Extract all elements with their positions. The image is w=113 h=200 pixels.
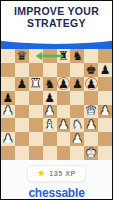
square-f2[interactable]: ♟ — [70, 132, 84, 146]
white-king: ♚ — [86, 147, 97, 159]
square-c5[interactable] — [29, 91, 43, 105]
black-knight: ♞ — [44, 77, 55, 89]
white-pawn: ♟ — [3, 133, 14, 145]
square-a6[interactable] — [1, 77, 15, 91]
white-bishop: ♝ — [44, 119, 55, 131]
chess-board[interactable]: ♛♜♞♚♟♟♜♞♟♟♟♟♟♟♟♛♟♝♟♞♟♟♟♚ — [1, 49, 112, 160]
square-a3[interactable] — [1, 118, 15, 132]
square-c6[interactable]: ♜ — [29, 77, 43, 91]
square-e7[interactable] — [57, 63, 71, 77]
square-c7[interactable] — [29, 63, 43, 77]
square-b7[interactable] — [15, 63, 29, 77]
white-pawn: ♟ — [58, 119, 69, 131]
square-c3[interactable] — [29, 118, 43, 132]
square-h6[interactable] — [98, 77, 112, 91]
black-king: ♚ — [86, 63, 97, 75]
square-b4[interactable] — [15, 105, 29, 119]
footer-area: ★ 135 XP chessable — [1, 160, 112, 200]
square-e3[interactable]: ♟ — [57, 118, 71, 132]
square-b6[interactable]: ♟ — [15, 77, 29, 91]
square-g8[interactable] — [84, 49, 98, 63]
square-f3[interactable]: ♞ — [70, 118, 84, 132]
square-g7[interactable]: ♚ — [84, 63, 98, 77]
page-title-line2: STRATEGY — [1, 17, 112, 29]
square-d1[interactable] — [43, 146, 57, 160]
square-b8[interactable]: ♛ — [15, 49, 29, 63]
square-g6[interactable]: ♟ — [84, 77, 98, 91]
square-a4[interactable]: ♟ — [1, 105, 15, 119]
square-c4[interactable] — [29, 105, 43, 119]
black-pawn: ♟ — [3, 91, 14, 103]
square-a1[interactable] — [1, 146, 15, 160]
white-pawn: ♟ — [100, 105, 111, 117]
square-g1[interactable]: ♚ — [84, 146, 98, 160]
square-e6[interactable]: ♟ — [57, 77, 71, 91]
square-h5[interactable] — [98, 91, 112, 105]
square-h8[interactable] — [98, 49, 112, 63]
square-g3[interactable]: ♟ — [84, 118, 98, 132]
white-rook: ♜ — [30, 77, 41, 89]
black-queen: ♛ — [16, 49, 27, 61]
square-h2[interactable] — [98, 132, 112, 146]
white-pawn: ♟ — [72, 133, 83, 145]
square-f7[interactable] — [70, 63, 84, 77]
square-f8[interactable]: ♞ — [70, 49, 84, 63]
xp-label: 135 XP — [49, 170, 76, 177]
square-e8[interactable]: ♜ — [57, 49, 71, 63]
black-knight: ♞ — [72, 49, 83, 61]
star-icon: ★ — [37, 169, 45, 178]
square-d6[interactable]: ♞ — [43, 77, 57, 91]
square-g4[interactable]: ♛ — [84, 105, 98, 119]
white-knight: ♞ — [72, 119, 83, 131]
page-title-line1: IMPROVE YOUR — [1, 5, 112, 17]
square-h3[interactable] — [98, 118, 112, 132]
black-pawn: ♟ — [16, 77, 27, 89]
square-d4[interactable]: ♟ — [43, 105, 57, 119]
board-area: ♛♜♞♚♟♟♜♞♟♟♟♟♟♟♟♛♟♝♟♞♟♟♟♚ — [1, 49, 112, 160]
square-d5[interactable]: ♟ — [43, 91, 57, 105]
square-b2[interactable] — [15, 132, 29, 146]
square-a5[interactable]: ♟ — [1, 91, 15, 105]
square-e4[interactable] — [57, 105, 71, 119]
square-f4[interactable] — [70, 105, 84, 119]
square-d2[interactable] — [43, 132, 57, 146]
square-f5[interactable] — [70, 91, 84, 105]
square-a7[interactable] — [1, 63, 15, 77]
black-rook: ♜ — [58, 49, 69, 61]
square-d7[interactable] — [43, 63, 57, 77]
black-pawn: ♟ — [58, 77, 69, 89]
square-b3[interactable] — [15, 118, 29, 132]
white-pawn: ♟ — [3, 105, 14, 117]
black-pawn: ♟ — [86, 77, 97, 89]
square-e1[interactable] — [57, 146, 71, 160]
square-e2[interactable] — [57, 132, 71, 146]
square-b1[interactable] — [15, 146, 29, 160]
xp-badge: ★ 135 XP — [27, 165, 86, 182]
square-c8[interactable] — [29, 49, 43, 63]
square-d8[interactable] — [43, 49, 57, 63]
square-e5[interactable] — [57, 91, 71, 105]
white-queen: ♛ — [86, 105, 97, 117]
black-pawn: ♟ — [44, 91, 55, 103]
white-pawn: ♟ — [86, 119, 97, 131]
black-pawn: ♟ — [72, 77, 83, 89]
black-pawn: ♟ — [100, 63, 111, 75]
header: IMPROVE YOUR STRATEGY — [1, 1, 112, 31]
blue-band — [1, 31, 112, 49]
square-g5[interactable] — [84, 91, 98, 105]
square-h7[interactable]: ♟ — [98, 63, 112, 77]
square-c1[interactable] — [29, 146, 43, 160]
square-h4[interactable]: ♟ — [98, 105, 112, 119]
square-c2[interactable] — [29, 132, 43, 146]
square-a8[interactable] — [1, 49, 15, 63]
curve-shape — [1, 31, 112, 44]
square-h1[interactable] — [98, 146, 112, 160]
square-f1[interactable] — [70, 146, 84, 160]
square-g2[interactable] — [84, 132, 98, 146]
white-pawn: ♟ — [44, 105, 55, 117]
brand-logo: chessable — [1, 186, 112, 200]
square-a2[interactable]: ♟ — [1, 132, 15, 146]
square-f6[interactable]: ♟ — [70, 77, 84, 91]
app-screenshot: IMPROVE YOUR STRATEGY ♛♜♞♚♟♟♜♞♟♟♟♟♟♟♟♛♟♝… — [0, 0, 113, 200]
square-d3[interactable]: ♝ — [43, 118, 57, 132]
square-b5[interactable] — [15, 91, 29, 105]
